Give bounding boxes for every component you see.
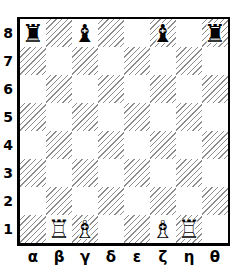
square-h8[interactable]: ♜ xyxy=(202,19,228,47)
white-piece-outline-layer: ♖ xyxy=(178,217,200,242)
square-h2[interactable] xyxy=(202,187,228,215)
square-h1[interactable] xyxy=(202,215,228,243)
square-d3[interactable] xyxy=(98,159,124,187)
piece-white-bishop: ♝♗ xyxy=(150,215,176,243)
file-label-f: ζ xyxy=(150,247,176,267)
square-f3[interactable] xyxy=(150,159,176,187)
piece-white-rook: ♜♖ xyxy=(176,215,202,243)
square-c7[interactable] xyxy=(72,47,98,75)
square-d8[interactable] xyxy=(98,19,124,47)
black-piece-glyph: ♜ xyxy=(22,21,44,46)
file-label-d: δ xyxy=(98,247,124,267)
file-labels: αβγδεζηθ xyxy=(20,247,228,267)
square-e2[interactable] xyxy=(124,187,150,215)
square-b1[interactable]: ♜♖ xyxy=(46,215,72,243)
square-a8[interactable]: ♜ xyxy=(20,19,46,47)
rank-label-8: 8 xyxy=(0,19,16,47)
board: ♜♝♝♜♜♖♝♗♝♗♜♖ xyxy=(17,17,230,246)
square-c3[interactable] xyxy=(72,159,98,187)
square-c4[interactable] xyxy=(72,131,98,159)
square-f5[interactable] xyxy=(150,103,176,131)
white-piece-outline-layer: ♗ xyxy=(74,217,96,242)
square-g2[interactable] xyxy=(176,187,202,215)
square-d1[interactable] xyxy=(98,215,124,243)
square-e5[interactable] xyxy=(124,103,150,131)
square-d7[interactable] xyxy=(98,47,124,75)
square-f4[interactable] xyxy=(150,131,176,159)
piece-black-rook: ♜ xyxy=(202,19,228,47)
square-h3[interactable] xyxy=(202,159,228,187)
square-g3[interactable] xyxy=(176,159,202,187)
rank-labels: 87654321 xyxy=(0,19,16,243)
rank-label-2: 2 xyxy=(0,187,16,215)
square-a2[interactable] xyxy=(20,187,46,215)
file-label-b: β xyxy=(46,247,72,267)
square-c8[interactable]: ♝ xyxy=(72,19,98,47)
square-h6[interactable] xyxy=(202,75,228,103)
square-a6[interactable] xyxy=(20,75,46,103)
piece-white-rook: ♜♖ xyxy=(46,215,72,243)
square-a1[interactable] xyxy=(20,215,46,243)
square-c1[interactable]: ♝♗ xyxy=(72,215,98,243)
square-d4[interactable] xyxy=(98,131,124,159)
square-e8[interactable] xyxy=(124,19,150,47)
square-b4[interactable] xyxy=(46,131,72,159)
piece-black-bishop: ♝ xyxy=(150,19,176,47)
square-d2[interactable] xyxy=(98,187,124,215)
square-f1[interactable]: ♝♗ xyxy=(150,215,176,243)
square-g6[interactable] xyxy=(176,75,202,103)
square-h7[interactable] xyxy=(202,47,228,75)
white-piece-outline-layer: ♖ xyxy=(48,217,70,242)
piece-black-rook: ♜ xyxy=(20,19,46,47)
square-g7[interactable] xyxy=(176,47,202,75)
rank-label-3: 3 xyxy=(0,159,16,187)
square-e6[interactable] xyxy=(124,75,150,103)
file-label-g: η xyxy=(176,247,202,267)
square-a3[interactable] xyxy=(20,159,46,187)
file-label-h: θ xyxy=(202,247,228,267)
square-b3[interactable] xyxy=(46,159,72,187)
file-label-a: α xyxy=(20,247,46,267)
square-a4[interactable] xyxy=(20,131,46,159)
rank-label-1: 1 xyxy=(0,215,16,243)
file-label-e: ε xyxy=(124,247,150,267)
square-e3[interactable] xyxy=(124,159,150,187)
square-f6[interactable] xyxy=(150,75,176,103)
square-a7[interactable] xyxy=(20,47,46,75)
square-g1[interactable]: ♜♖ xyxy=(176,215,202,243)
square-g8[interactable] xyxy=(176,19,202,47)
white-piece-outline-layer: ♗ xyxy=(152,217,174,242)
black-piece-glyph: ♝ xyxy=(74,21,96,46)
square-f2[interactable] xyxy=(150,187,176,215)
square-f8[interactable]: ♝ xyxy=(150,19,176,47)
square-c6[interactable] xyxy=(72,75,98,103)
square-c5[interactable] xyxy=(72,103,98,131)
square-b6[interactable] xyxy=(46,75,72,103)
square-e4[interactable] xyxy=(124,131,150,159)
square-e1[interactable] xyxy=(124,215,150,243)
square-a5[interactable] xyxy=(20,103,46,131)
square-d6[interactable] xyxy=(98,75,124,103)
rank-label-6: 6 xyxy=(0,75,16,103)
square-f7[interactable] xyxy=(150,47,176,75)
square-g4[interactable] xyxy=(176,131,202,159)
piece-white-bishop: ♝♗ xyxy=(72,215,98,243)
square-b8[interactable] xyxy=(46,19,72,47)
square-d5[interactable] xyxy=(98,103,124,131)
square-b5[interactable] xyxy=(46,103,72,131)
file-label-c: γ xyxy=(72,247,98,267)
square-h4[interactable] xyxy=(202,131,228,159)
square-e7[interactable] xyxy=(124,47,150,75)
piece-black-bishop: ♝ xyxy=(72,19,98,47)
black-piece-glyph: ♝ xyxy=(152,21,174,46)
rank-label-7: 7 xyxy=(0,47,16,75)
rank-label-4: 4 xyxy=(0,131,16,159)
chess-diagram: 87654321 ♜♝♝♜♜♖♝♗♝♗♜♖ αβγδεζηθ xyxy=(0,0,244,269)
square-b7[interactable] xyxy=(46,47,72,75)
rank-label-5: 5 xyxy=(0,103,16,131)
square-c2[interactable] xyxy=(72,187,98,215)
square-b2[interactable] xyxy=(46,187,72,215)
square-g5[interactable] xyxy=(176,103,202,131)
square-h5[interactable] xyxy=(202,103,228,131)
black-piece-glyph: ♜ xyxy=(204,21,226,46)
